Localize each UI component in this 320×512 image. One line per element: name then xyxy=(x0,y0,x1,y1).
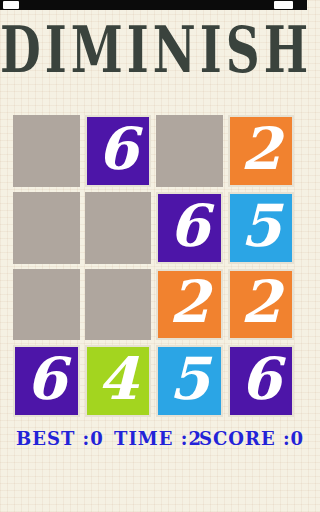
tile-r3c4[interactable]: 2 xyxy=(228,269,295,341)
score-value: 0 xyxy=(291,428,305,449)
tile-r3c3[interactable]: 2 xyxy=(156,269,223,341)
game-board[interactable]: 6265226456 xyxy=(13,115,294,417)
best-label: BEST : xyxy=(16,428,90,449)
tile-r4c4[interactable]: 6 xyxy=(228,345,295,417)
tile-r4c2[interactable]: 4 xyxy=(85,345,152,417)
empty-cell-r2c1[interactable] xyxy=(13,192,80,264)
tile-r4c1[interactable]: 6 xyxy=(13,345,80,417)
empty-cell-r1c1[interactable] xyxy=(13,115,80,187)
tile-r2c4[interactable]: 5 xyxy=(228,192,295,264)
empty-cell-r3c2[interactable] xyxy=(85,269,152,341)
best-stat: BEST :0 xyxy=(16,428,104,449)
empty-cell-r1c3[interactable] xyxy=(156,115,223,187)
best-value: 0 xyxy=(90,428,104,449)
score-panel: BEST :0 TIME :2 SCORE :0 xyxy=(0,428,307,452)
score-stat: SCORE :0 xyxy=(199,428,304,449)
empty-cell-r3c1[interactable] xyxy=(13,269,80,341)
game-title: DIMINISH xyxy=(0,1,307,98)
tile-r4c3[interactable]: 5 xyxy=(156,345,223,417)
tile-r1c4[interactable]: 2 xyxy=(228,115,295,187)
score-label: SCORE : xyxy=(199,428,291,449)
empty-cell-r2c2[interactable] xyxy=(85,192,152,264)
time-label: TIME : xyxy=(114,428,188,449)
tile-r1c2[interactable]: 6 xyxy=(85,115,152,187)
tile-r2c3[interactable]: 6 xyxy=(156,192,223,264)
time-stat: TIME :2 xyxy=(114,428,202,449)
